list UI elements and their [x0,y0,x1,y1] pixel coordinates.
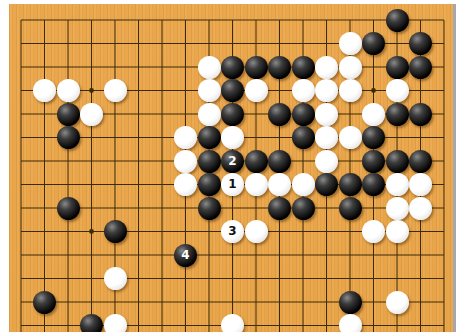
stone-white [57,79,80,102]
stone-black [409,103,432,126]
stone-white [386,79,409,102]
stone-black [292,103,315,126]
stone-black [268,103,291,126]
stone-white [221,173,244,196]
stone-white [339,32,362,55]
stone-white [409,197,432,220]
stone-white [315,79,338,102]
stone-black [409,56,432,79]
stone-white [339,314,362,332]
stone-white [339,56,362,79]
stone-black [57,197,80,220]
go-board: 1234 [9,4,453,332]
stone-white [386,291,409,314]
stone-black [339,197,362,220]
stone-white [33,79,56,102]
stone-white [315,56,338,79]
stone-white [245,220,268,243]
stone-white [245,79,268,102]
stone-white [315,150,338,173]
stone-black [362,126,385,149]
stone-black [221,56,244,79]
stone-white [221,126,244,149]
page-background: 1234 [0,0,465,332]
stone-black [221,79,244,102]
stone-black [198,173,221,196]
stone-white [315,103,338,126]
stone-black [57,126,80,149]
stone-black [292,197,315,220]
stone-white [386,197,409,220]
stone-black [339,173,362,196]
stone-black [268,56,291,79]
stone-white [198,56,221,79]
stone-white [174,150,197,173]
stone-black [386,56,409,79]
stone-black [268,197,291,220]
star-point [89,88,94,93]
stone-white [245,173,268,196]
stone-white [174,126,197,149]
star-point [89,229,94,234]
stone-black [362,32,385,55]
stone-black [80,314,103,332]
stone-white [174,173,197,196]
stone-white [362,220,385,243]
stone-black [221,150,244,173]
stone-white [221,314,244,332]
stone-white [339,79,362,102]
stone-white [409,173,432,196]
stone-black [292,126,315,149]
stone-white [198,79,221,102]
stone-black [198,126,221,149]
stone-white [386,220,409,243]
stone-black [362,173,385,196]
stone-white [292,79,315,102]
stone-white [292,173,315,196]
stone-black [409,150,432,173]
stone-black [221,103,244,126]
stone-white [104,79,127,102]
stone-black [386,150,409,173]
stone-black [33,291,56,314]
stone-black [315,173,338,196]
stone-black [386,103,409,126]
stone-black [245,150,268,173]
stone-white [104,267,127,290]
star-point [371,88,376,93]
stone-black [386,9,409,32]
stone-white [339,126,362,149]
stone-white [268,173,291,196]
stone-black [339,291,362,314]
stone-white [315,126,338,149]
stone-black [292,56,315,79]
stone-black [245,56,268,79]
stone-white [80,103,103,126]
stone-white [386,173,409,196]
stone-black [198,197,221,220]
stone-black [362,150,385,173]
stone-white [104,314,127,332]
stone-black [198,150,221,173]
stone-white [198,103,221,126]
stone-white [221,220,244,243]
stone-black [268,150,291,173]
stone-black [409,32,432,55]
stone-white [362,103,385,126]
stone-black [57,103,80,126]
stone-black [104,220,127,243]
stone-black [174,244,197,267]
